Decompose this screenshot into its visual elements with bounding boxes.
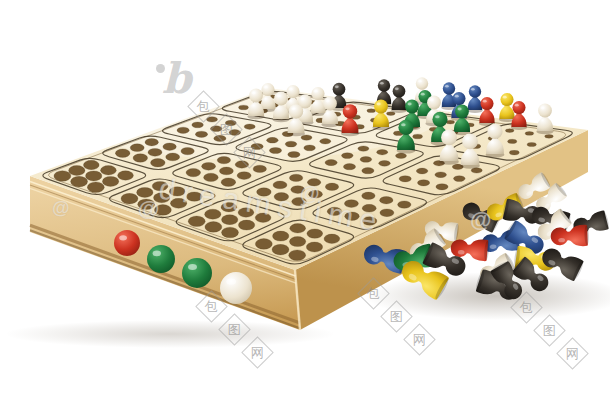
peg-hole[interactable]	[435, 172, 447, 178]
peg-head-highlight	[408, 103, 412, 106]
peg-hole[interactable]	[221, 203, 237, 212]
peg-hole[interactable]	[202, 162, 216, 170]
peg-body	[537, 116, 553, 131]
peg-hole[interactable]	[358, 146, 369, 151]
peg-hole[interactable]	[377, 150, 388, 155]
peg-hole[interactable]	[229, 130, 241, 136]
peg-hole[interactable]	[239, 105, 249, 110]
peg-hole[interactable]	[418, 180, 430, 186]
peg-hole[interactable]	[327, 207, 342, 215]
photo-stage: dreamstime @@@@b包图网包图网包图网包图网	[0, 0, 610, 405]
peg-hole[interactable]	[251, 143, 263, 149]
peg-hole[interactable]	[152, 181, 168, 190]
standing-peg-white[interactable]	[536, 104, 553, 135]
peg-hole[interactable]	[138, 199, 155, 210]
peg-hole[interactable]	[291, 186, 305, 194]
ball-highlight	[119, 235, 127, 240]
peg-hole[interactable]	[301, 135, 312, 140]
peg-hole[interactable]	[253, 165, 266, 172]
peg-head-highlight	[301, 98, 305, 101]
peg-hole[interactable]	[380, 197, 393, 204]
peg-hole[interactable]	[527, 142, 536, 146]
peg-head-highlight	[326, 100, 330, 103]
peg-head	[398, 120, 413, 135]
peg-head-highlight	[401, 123, 406, 126]
peg-hole[interactable]	[344, 200, 358, 208]
rail-ball-green[interactable]	[147, 245, 175, 273]
peg-hole[interactable]	[86, 171, 102, 181]
peg-hole[interactable]	[177, 127, 189, 133]
peg-head	[427, 96, 441, 110]
peg-hole[interactable]	[396, 153, 407, 158]
peg-hole[interactable]	[154, 205, 171, 216]
peg-hole[interactable]	[181, 147, 194, 154]
peg-hole[interactable]	[225, 120, 236, 125]
board-scene	[0, 0, 610, 405]
peg-hole[interactable]	[416, 168, 428, 174]
peg-head	[432, 112, 447, 127]
peg-head-highlight	[380, 82, 384, 85]
peg-hole[interactable]	[304, 145, 316, 151]
peg-hole[interactable]	[195, 131, 207, 137]
peg-head	[311, 87, 324, 100]
peg-hole[interactable]	[545, 134, 554, 138]
peg-head	[469, 85, 481, 97]
peg-head-highlight	[291, 107, 295, 110]
peg-head	[393, 85, 406, 98]
peg-head-highlight	[435, 115, 440, 118]
peg-hole[interactable]	[244, 124, 255, 129]
rail-ball-red[interactable]	[114, 230, 140, 256]
rail-ball-white[interactable]	[220, 272, 252, 304]
peg-hole[interactable]	[324, 234, 340, 243]
peg-head	[480, 97, 493, 110]
peg-head-highlight	[289, 88, 293, 91]
peg-hole[interactable]	[269, 147, 281, 153]
peg-hole[interactable]	[290, 224, 306, 233]
peg-hole[interactable]	[145, 139, 158, 146]
peg-head-highlight	[471, 88, 475, 91]
peg-hole[interactable]	[413, 134, 423, 139]
peg-head	[443, 82, 455, 94]
peg-hole[interactable]	[205, 222, 222, 233]
peg-head-highlight	[421, 93, 425, 96]
peg-hole[interactable]	[289, 237, 305, 247]
peg-hole[interactable]	[235, 161, 248, 168]
peg-hole[interactable]	[154, 193, 170, 203]
peg-head-highlight	[314, 90, 318, 93]
peg-hole[interactable]	[169, 187, 185, 196]
peg-body	[468, 97, 483, 111]
peg-hole[interactable]	[360, 157, 372, 163]
peg-hole[interactable]	[309, 190, 323, 198]
peg-head-highlight	[430, 99, 434, 102]
peg-hole[interactable]	[509, 150, 519, 155]
peg-head-highlight	[455, 95, 459, 98]
peg-head	[274, 92, 288, 106]
peg-head	[249, 89, 263, 103]
peg-head	[452, 92, 465, 105]
peg-hole[interactable]	[219, 167, 233, 175]
peg-head-highlight	[377, 103, 381, 106]
peg-hole[interactable]	[71, 176, 88, 187]
peg-head-highlight	[264, 86, 268, 89]
peg-head	[374, 100, 388, 114]
peg-hole[interactable]	[222, 215, 238, 225]
ball-highlight	[226, 278, 236, 284]
peg-hole[interactable]	[306, 242, 322, 252]
peg-head	[441, 129, 457, 145]
peg-head-highlight	[445, 85, 449, 88]
peg-head-highlight	[335, 86, 339, 89]
peg-head	[487, 124, 502, 139]
peg-hole[interactable]	[204, 173, 219, 181]
peg-head	[286, 85, 299, 98]
peg-hole[interactable]	[118, 171, 134, 180]
peg-head	[538, 104, 552, 118]
peg-hole[interactable]	[151, 159, 166, 167]
peg-head	[512, 101, 525, 114]
rail-ball-green[interactable]	[182, 258, 212, 288]
peg-hole[interactable]	[54, 171, 71, 182]
peg-head	[378, 79, 390, 91]
peg-hole[interactable]	[345, 212, 360, 220]
peg-hole[interactable]	[398, 201, 411, 208]
peg-hole[interactable]	[170, 198, 186, 208]
peg-hole[interactable]	[238, 220, 254, 230]
peg-hole[interactable]	[362, 204, 376, 212]
peg-hole[interactable]	[255, 213, 271, 222]
peg-head-highlight	[395, 88, 399, 91]
peg-hole[interactable]	[188, 216, 205, 227]
peg-hole[interactable]	[274, 193, 289, 201]
peg-hole[interactable]	[115, 149, 130, 157]
peg-head-highlight	[252, 92, 256, 95]
peg-hole[interactable]	[238, 208, 254, 217]
peg-head-highlight	[444, 133, 449, 136]
peg-hole[interactable]	[273, 181, 287, 189]
peg-hole[interactable]	[379, 160, 391, 166]
peg-hole[interactable]	[505, 129, 514, 133]
peg-hole[interactable]	[325, 183, 338, 190]
peg-hole[interactable]	[320, 139, 331, 144]
peg-head	[289, 104, 303, 118]
peg-head-highlight	[345, 107, 349, 110]
peg-body	[499, 105, 514, 119]
peg-hole[interactable]	[214, 135, 226, 141]
peg-hole[interactable]	[101, 166, 117, 175]
peg-hole[interactable]	[285, 141, 297, 147]
peg-head-highlight	[483, 100, 487, 103]
peg-hole[interactable]	[289, 174, 302, 181]
peg-hole[interactable]	[69, 166, 85, 176]
peg-head	[455, 105, 469, 119]
peg-hole[interactable]	[237, 172, 251, 180]
peg-hole[interactable]	[307, 229, 323, 238]
peg-hole[interactable]	[166, 153, 180, 161]
peg-head-highlight	[541, 107, 545, 110]
peg-hole[interactable]	[342, 153, 354, 159]
peg-hole[interactable]	[137, 187, 153, 197]
peg-hole[interactable]	[362, 192, 375, 199]
standing-peg-blue[interactable]	[467, 85, 482, 113]
peg-head-highlight	[418, 80, 422, 83]
peg-head	[405, 100, 419, 114]
peg-head	[343, 104, 357, 118]
peg-hole[interactable]	[307, 179, 320, 186]
peg-hole[interactable]	[362, 217, 377, 225]
peg-hole[interactable]	[325, 160, 337, 166]
peg-hole[interactable]	[130, 144, 144, 152]
peg-hole[interactable]	[217, 156, 230, 163]
peg-head-highlight	[277, 95, 281, 98]
peg-head-highlight	[465, 137, 470, 140]
peg-hole[interactable]	[186, 192, 202, 201]
peg-head	[416, 77, 428, 89]
peg-hole[interactable]	[267, 137, 279, 143]
peg-hole[interactable]	[210, 126, 222, 132]
peg-head-highlight	[515, 104, 519, 107]
peg-hole[interactable]	[288, 151, 300, 157]
peg-hole[interactable]	[272, 244, 289, 255]
peg-hole[interactable]	[186, 168, 201, 176]
peg-hole[interactable]	[192, 122, 204, 128]
peg-hole[interactable]	[207, 117, 218, 122]
peg-hole[interactable]	[367, 109, 376, 113]
peg-hole[interactable]	[163, 143, 176, 150]
ball-highlight	[188, 264, 197, 270]
peg-hole[interactable]	[343, 164, 355, 170]
peg-hole[interactable]	[102, 176, 118, 186]
peg-hole[interactable]	[205, 209, 221, 219]
peg-head	[261, 83, 274, 96]
peg-hole[interactable]	[362, 168, 374, 174]
peg-head-highlight	[458, 108, 462, 111]
peg-hole[interactable]	[508, 139, 517, 143]
peg-head-highlight	[490, 127, 495, 130]
peg-hole[interactable]	[257, 188, 272, 196]
peg-hole[interactable]	[454, 176, 466, 182]
peg-hole[interactable]	[436, 184, 448, 190]
peg-hole[interactable]	[83, 160, 99, 169]
peg-hole[interactable]	[380, 209, 394, 217]
peg-hole[interactable]	[525, 132, 534, 136]
peg-head	[323, 97, 337, 111]
peg-hole[interactable]	[121, 193, 138, 204]
peg-hole[interactable]	[292, 197, 307, 205]
peg-hole[interactable]	[133, 154, 148, 162]
peg-hole[interactable]	[148, 148, 162, 156]
peg-hole[interactable]	[399, 176, 411, 182]
peg-head	[333, 83, 346, 96]
peg-head	[462, 133, 478, 149]
peg-hole[interactable]	[222, 227, 239, 238]
peg-hole[interactable]	[289, 250, 306, 261]
peg-head-highlight	[503, 96, 507, 99]
ball-highlight	[153, 251, 161, 257]
peg-head	[500, 93, 513, 106]
peg-hole[interactable]	[273, 231, 289, 241]
peg-hole[interactable]	[255, 239, 272, 250]
peg-hole[interactable]	[87, 182, 104, 193]
peg-hole[interactable]	[221, 178, 236, 186]
